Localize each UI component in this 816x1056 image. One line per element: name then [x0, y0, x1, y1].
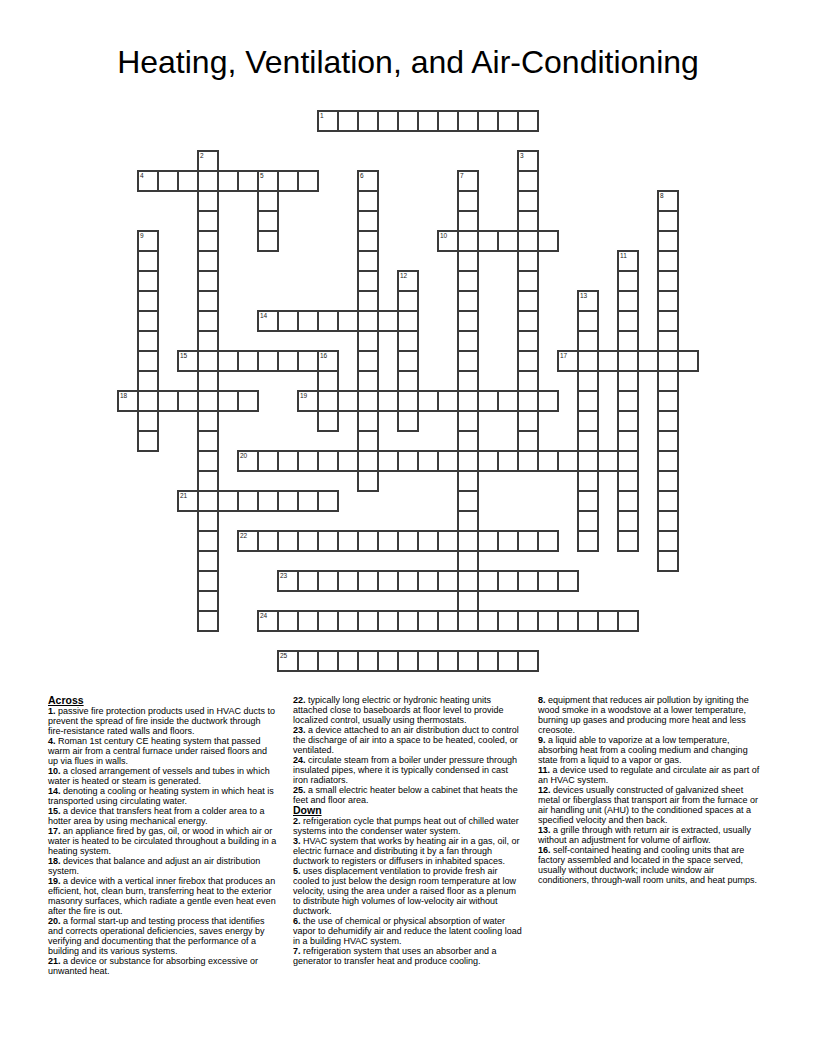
grid-cell[interactable]	[518, 231, 538, 251]
grid-cell[interactable]	[338, 531, 358, 551]
grid-cell[interactable]	[198, 331, 218, 351]
grid-cell[interactable]	[438, 651, 458, 671]
grid-cell[interactable]	[658, 271, 678, 291]
grid-cell[interactable]	[458, 291, 478, 311]
grid-cell[interactable]: 4	[138, 171, 158, 191]
grid-cell[interactable]	[358, 651, 378, 671]
grid-cell[interactable]	[458, 371, 478, 391]
grid-cell[interactable]	[258, 231, 278, 251]
grid-cell[interactable]	[458, 351, 478, 371]
grid-cell[interactable]	[318, 371, 338, 391]
grid-cell[interactable]	[618, 491, 638, 511]
grid-cell[interactable]	[658, 451, 678, 471]
grid-cell[interactable]	[198, 191, 218, 211]
clue-item-number: 22.	[293, 695, 306, 705]
grid-cell[interactable]	[518, 571, 538, 591]
grid-cell[interactable]	[198, 551, 218, 571]
grid-cell[interactable]	[298, 311, 318, 331]
grid-cell[interactable]	[518, 291, 538, 311]
grid-cell[interactable]	[318, 451, 338, 471]
grid-cell[interactable]	[318, 531, 338, 551]
grid-cell[interactable]	[478, 611, 498, 631]
grid-cell[interactable]	[358, 111, 378, 131]
grid-cell[interactable]	[438, 611, 458, 631]
grid-cell[interactable]: 17	[558, 351, 578, 371]
grid-cell[interactable]	[658, 211, 678, 231]
grid-cell[interactable]	[618, 391, 638, 411]
grid-cell[interactable]	[478, 111, 498, 131]
grid-cell[interactable]	[358, 211, 378, 231]
grid-cell[interactable]	[138, 271, 158, 291]
crossword-grid: 1234567891011121314151617181920212223242…	[118, 111, 698, 671]
grid-cell[interactable]	[498, 391, 518, 411]
grid-cell[interactable]	[198, 291, 218, 311]
grid-cell[interactable]	[258, 451, 278, 471]
grid-cell[interactable]	[578, 511, 598, 531]
grid-cell[interactable]	[198, 171, 218, 191]
grid-cell[interactable]	[198, 351, 218, 371]
grid-cell[interactable]	[458, 191, 478, 211]
grid-cell[interactable]	[358, 531, 378, 551]
grid-cell[interactable]: 2	[198, 151, 218, 171]
grid-cell[interactable]	[658, 511, 678, 531]
grid-cell[interactable]	[258, 491, 278, 511]
grid-cell[interactable]	[578, 411, 598, 431]
grid-cell[interactable]	[458, 531, 478, 551]
grid-cell[interactable]	[418, 651, 438, 671]
grid-cell[interactable]	[198, 371, 218, 391]
grid-cell[interactable]	[258, 191, 278, 211]
clue-item: 1. passive fire protection products used…	[48, 706, 277, 736]
grid-cell[interactable]	[138, 371, 158, 391]
grid-cell[interactable]: 6	[358, 171, 378, 191]
grid-cell[interactable]	[398, 391, 418, 411]
grid-cell[interactable]	[658, 491, 678, 511]
grid-cell[interactable]: 25	[278, 651, 298, 671]
grid-cell[interactable]	[458, 251, 478, 271]
grid-cell[interactable]	[578, 611, 598, 631]
grid-cell[interactable]	[178, 171, 198, 191]
grid-cell[interactable]	[618, 611, 638, 631]
grid-cell[interactable]	[198, 271, 218, 291]
grid-cell[interactable]	[198, 531, 218, 551]
clue-number: 16	[320, 352, 327, 359]
grid-cell[interactable]	[458, 511, 478, 531]
grid-cell[interactable]	[218, 171, 238, 191]
clue-item-number: 4.	[48, 736, 56, 746]
grid-cell[interactable]	[198, 411, 218, 431]
grid-cell[interactable]	[598, 451, 618, 471]
grid-cell[interactable]	[378, 611, 398, 631]
grid-cell[interactable]	[438, 391, 458, 411]
grid-cell[interactable]	[278, 351, 298, 371]
grid-cell[interactable]	[578, 491, 598, 511]
grid-cell[interactable]	[418, 611, 438, 631]
grid-cell[interactable]	[398, 331, 418, 351]
grid-cell[interactable]	[198, 231, 218, 251]
grid-cell[interactable]: 19	[298, 391, 318, 411]
grid-cell[interactable]	[358, 291, 378, 311]
grid-cell[interactable]	[458, 571, 478, 591]
grid-cell[interactable]	[658, 531, 678, 551]
grid-cell[interactable]	[458, 611, 478, 631]
grid-cell[interactable]	[198, 471, 218, 491]
grid-cell[interactable]	[358, 471, 378, 491]
grid-cell[interactable]	[458, 391, 478, 411]
grid-cell[interactable]	[458, 651, 478, 671]
grid-cell[interactable]	[318, 391, 338, 411]
grid-cell[interactable]	[438, 531, 458, 551]
grid-cell[interactable]	[498, 571, 518, 591]
grid-cell[interactable]	[498, 231, 518, 251]
grid-cell[interactable]	[438, 451, 458, 471]
grid-cell[interactable]	[578, 331, 598, 351]
grid-cell[interactable]	[278, 171, 298, 191]
grid-cell[interactable]	[278, 491, 298, 511]
grid-cell[interactable]	[578, 451, 598, 471]
grid-cell[interactable]	[278, 611, 298, 631]
grid-cell[interactable]	[298, 611, 318, 631]
grid-cell[interactable]	[458, 431, 478, 451]
clue-item: 19. a device with a vertical inner fireb…	[48, 876, 277, 916]
grid-cell[interactable]	[578, 471, 598, 491]
grid-cell[interactable]: 18	[118, 391, 138, 411]
clue-item: 11. a device used to regulate and circul…	[538, 765, 767, 785]
grid-cell[interactable]	[338, 611, 358, 631]
grid-cell[interactable]	[198, 491, 218, 511]
grid-cell[interactable]	[358, 411, 378, 431]
grid-cell[interactable]	[398, 291, 418, 311]
grid-cell[interactable]	[138, 391, 158, 411]
grid-cell[interactable]	[518, 211, 538, 231]
grid-cell[interactable]	[638, 351, 658, 371]
grid-cell[interactable]	[478, 231, 498, 251]
grid-cell[interactable]	[198, 251, 218, 271]
grid-cell[interactable]	[618, 271, 638, 291]
grid-cell[interactable]	[338, 451, 358, 471]
grid-cell[interactable]	[258, 531, 278, 551]
grid-cell[interactable]	[458, 411, 478, 431]
grid-cell[interactable]	[598, 611, 618, 631]
grid-cell[interactable]: 9	[138, 231, 158, 251]
grid-cell[interactable]	[658, 411, 678, 431]
grid-cell[interactable]	[618, 531, 638, 551]
grid-cell[interactable]	[618, 351, 638, 371]
grid-cell[interactable]	[138, 291, 158, 311]
grid-cell[interactable]	[538, 451, 558, 471]
grid-cell[interactable]	[518, 451, 538, 471]
grid-cell[interactable]: 15	[178, 351, 198, 371]
grid-cell[interactable]	[338, 311, 358, 331]
grid-cell[interactable]	[298, 451, 318, 471]
grid-cell[interactable]	[458, 451, 478, 471]
grid-cell[interactable]	[218, 351, 238, 371]
grid-cell[interactable]	[538, 571, 558, 591]
grid-cell[interactable]	[458, 271, 478, 291]
grid-cell[interactable]	[678, 351, 698, 371]
grid-cell[interactable]	[358, 271, 378, 291]
grid-cell[interactable]	[238, 391, 258, 411]
grid-cell[interactable]	[498, 611, 518, 631]
grid-cell[interactable]	[198, 591, 218, 611]
grid-cell[interactable]	[358, 191, 378, 211]
grid-cell[interactable]	[418, 571, 438, 591]
grid-cell[interactable]	[138, 331, 158, 351]
grid-cell[interactable]	[198, 611, 218, 631]
grid-cell[interactable]: 24	[258, 611, 278, 631]
grid-cell[interactable]	[318, 651, 338, 671]
grid-cell[interactable]	[618, 371, 638, 391]
grid-cell[interactable]	[558, 611, 578, 631]
grid-cell[interactable]	[398, 611, 418, 631]
grid-cell[interactable]	[458, 591, 478, 611]
grid-cell[interactable]	[498, 451, 518, 471]
grid-cell[interactable]: 1	[318, 111, 338, 131]
grid-cell[interactable]: 22	[238, 531, 258, 551]
grid-cell[interactable]	[658, 551, 678, 571]
grid-cell[interactable]	[518, 531, 538, 551]
grid-cell[interactable]	[618, 311, 638, 331]
grid-cell[interactable]	[518, 191, 538, 211]
grid-cell[interactable]	[318, 611, 338, 631]
grid-cell[interactable]	[318, 311, 338, 331]
grid-cell[interactable]: 8	[658, 191, 678, 211]
grid-cell[interactable]	[398, 531, 418, 551]
grid-cell[interactable]: 14	[258, 311, 278, 331]
grid-cell[interactable]	[358, 351, 378, 371]
grid-cell[interactable]	[198, 511, 218, 531]
grid-cell[interactable]	[418, 391, 438, 411]
grid-cell[interactable]	[198, 431, 218, 451]
grid-cell[interactable]	[138, 411, 158, 431]
grid-cell[interactable]: 5	[258, 171, 278, 191]
grid-cell[interactable]	[198, 451, 218, 471]
grid-cell[interactable]	[298, 571, 318, 591]
grid-cell[interactable]	[318, 571, 338, 591]
grid-cell[interactable]	[578, 431, 598, 451]
grid-cell[interactable]	[558, 571, 578, 591]
grid-cell[interactable]	[438, 111, 458, 131]
grid-cell[interactable]: 16	[318, 351, 338, 371]
grid-cell[interactable]	[478, 391, 498, 411]
grid-cell[interactable]	[138, 251, 158, 271]
grid-cell[interactable]	[298, 651, 318, 671]
grid-cell[interactable]	[178, 391, 198, 411]
grid-cell[interactable]	[258, 351, 278, 371]
grid-cell[interactable]	[418, 451, 438, 471]
grid-cell[interactable]	[618, 331, 638, 351]
grid-cell[interactable]	[218, 491, 238, 511]
grid-cell[interactable]: 10	[438, 231, 458, 251]
grid-cell[interactable]	[478, 571, 498, 591]
grid-cell[interactable]	[538, 531, 558, 551]
grid-cell[interactable]	[538, 231, 558, 251]
grid-cell[interactable]	[198, 391, 218, 411]
clue-item-number: 6.	[293, 916, 301, 926]
grid-cell[interactable]	[358, 431, 378, 451]
grid-cell[interactable]	[318, 491, 338, 511]
grid-cell[interactable]	[458, 331, 478, 351]
grid-cell[interactable]	[298, 171, 318, 191]
grid-cell[interactable]	[578, 351, 598, 371]
grid-cell[interactable]	[558, 451, 578, 471]
grid-cell[interactable]	[658, 371, 678, 391]
clue-item-number: 15.	[48, 806, 61, 816]
grid-cell[interactable]	[338, 391, 358, 411]
grid-cell[interactable]	[378, 311, 398, 331]
grid-cell[interactable]: 13	[578, 291, 598, 311]
grid-cell[interactable]	[478, 451, 498, 471]
grid-cell[interactable]	[378, 391, 398, 411]
grid-cell[interactable]	[538, 611, 558, 631]
grid-cell[interactable]	[658, 331, 678, 351]
grid-cell[interactable]	[138, 431, 158, 451]
grid-cell[interactable]	[418, 531, 438, 551]
grid-cell[interactable]	[518, 651, 538, 671]
grid-cell[interactable]	[518, 611, 538, 631]
grid-cell[interactable]	[238, 171, 258, 191]
grid-cell[interactable]	[458, 471, 478, 491]
grid-cell[interactable]	[658, 231, 678, 251]
grid-cell[interactable]	[378, 651, 398, 671]
grid-cell[interactable]	[658, 431, 678, 451]
grid-cell[interactable]	[218, 391, 238, 411]
grid-cell[interactable]	[338, 111, 358, 131]
grid-cell[interactable]	[518, 371, 538, 391]
grid-cell[interactable]	[238, 351, 258, 371]
grid-cell[interactable]	[378, 111, 398, 131]
grid-cell[interactable]	[378, 451, 398, 471]
grid-cell[interactable]	[358, 231, 378, 251]
grid-cell[interactable]	[398, 111, 418, 131]
grid-cell[interactable]	[438, 571, 458, 591]
grid-cell[interactable]	[338, 571, 358, 591]
grid-cell[interactable]	[658, 391, 678, 411]
grid-cell[interactable]	[298, 531, 318, 551]
grid-cell[interactable]	[158, 171, 178, 191]
grid-cell[interactable]	[618, 471, 638, 491]
grid-cell[interactable]	[398, 571, 418, 591]
grid-cell[interactable]	[518, 331, 538, 351]
grid-cell[interactable]	[338, 651, 358, 671]
grid-cell[interactable]	[358, 311, 378, 331]
grid-cell[interactable]	[458, 551, 478, 571]
grid-cell[interactable]	[518, 271, 538, 291]
grid-cell[interactable]	[278, 311, 298, 331]
grid-cell[interactable]	[398, 651, 418, 671]
grid-cell[interactable]	[458, 211, 478, 231]
grid-cell[interactable]	[138, 351, 158, 371]
grid-cell[interactable]	[358, 451, 378, 471]
grid-cell[interactable]	[518, 391, 538, 411]
grid-cell[interactable]	[658, 471, 678, 491]
grid-cell[interactable]: 20	[238, 451, 258, 471]
grid-cell[interactable]	[358, 571, 378, 591]
grid-cell[interactable]	[518, 171, 538, 191]
grid-cell[interactable]	[518, 411, 538, 431]
grid-cell[interactable]	[458, 491, 478, 511]
grid-cell[interactable]	[398, 351, 418, 371]
grid-cell[interactable]	[398, 411, 418, 431]
grid-cell[interactable]	[458, 111, 478, 131]
grid-cell[interactable]	[578, 371, 598, 391]
grid-cell[interactable]	[378, 531, 398, 551]
grid-cell[interactable]: 3	[518, 151, 538, 171]
grid-cell[interactable]	[598, 351, 618, 371]
grid-cell[interactable]	[618, 511, 638, 531]
grid-cell[interactable]	[658, 311, 678, 331]
grid-cell[interactable]	[518, 111, 538, 131]
grid-cell[interactable]	[358, 251, 378, 271]
grid-cell[interactable]	[658, 291, 678, 311]
grid-cell[interactable]	[198, 571, 218, 591]
grid-cell[interactable]	[518, 251, 538, 271]
grid-cell[interactable]	[398, 311, 418, 331]
clue-number: 17	[560, 352, 567, 359]
grid-cell[interactable]	[538, 391, 558, 411]
grid-cell[interactable]: 7	[458, 171, 478, 191]
grid-cell[interactable]	[478, 651, 498, 671]
grid-cell[interactable]	[498, 111, 518, 131]
grid-cell[interactable]	[618, 291, 638, 311]
grid-cell[interactable]	[358, 611, 378, 631]
grid-cell[interactable]	[618, 431, 638, 451]
grid-cell[interactable]	[278, 451, 298, 471]
grid-cell[interactable]: 11	[618, 251, 638, 271]
clue-item: 2. refrigeration cycle that pumps heat o…	[293, 816, 522, 836]
clue-column: 22. typically long electric or hydronic …	[293, 695, 522, 976]
grid-cell[interactable]	[478, 531, 498, 551]
grid-cell[interactable]	[358, 391, 378, 411]
grid-cell[interactable]	[578, 531, 598, 551]
grid-cell[interactable]	[518, 311, 538, 331]
grid-cell[interactable]	[498, 651, 518, 671]
clue-item: 7. refrigeration system that uses an abs…	[293, 946, 522, 966]
grid-cell[interactable]	[518, 351, 538, 371]
grid-cell[interactable]	[378, 571, 398, 591]
grid-cell[interactable]	[238, 491, 258, 511]
grid-cell[interactable]	[658, 251, 678, 271]
grid-cell[interactable]	[498, 531, 518, 551]
grid-cell[interactable]	[318, 411, 338, 431]
grid-cell[interactable]	[298, 491, 318, 511]
grid-cell[interactable]	[418, 111, 438, 131]
grid-cell[interactable]	[578, 391, 598, 411]
grid-cell[interactable]	[458, 311, 478, 331]
grid-cell[interactable]	[458, 231, 478, 251]
grid-cell[interactable]	[578, 311, 598, 331]
grid-cell[interactable]	[138, 311, 158, 331]
grid-cell[interactable]	[518, 431, 538, 451]
grid-cell[interactable]: 12	[398, 271, 418, 291]
clue-item: 10. a closed arrangement of vessels and …	[48, 766, 277, 786]
grid-cell[interactable]	[258, 211, 278, 231]
grid-cell[interactable]: 23	[278, 571, 298, 591]
grid-cell[interactable]	[398, 371, 418, 391]
grid-cell[interactable]	[618, 451, 638, 471]
grid-cell[interactable]	[298, 351, 318, 371]
grid-cell[interactable]	[618, 411, 638, 431]
grid-cell[interactable]	[358, 331, 378, 351]
grid-cell[interactable]	[198, 211, 218, 231]
grid-cell[interactable]	[158, 391, 178, 411]
grid-cell[interactable]	[658, 351, 678, 371]
grid-cell[interactable]	[198, 311, 218, 331]
grid-cell[interactable]	[278, 531, 298, 551]
grid-cell[interactable]	[358, 371, 378, 391]
grid-cell[interactable]: 21	[178, 491, 198, 511]
grid-cell[interactable]	[398, 451, 418, 471]
